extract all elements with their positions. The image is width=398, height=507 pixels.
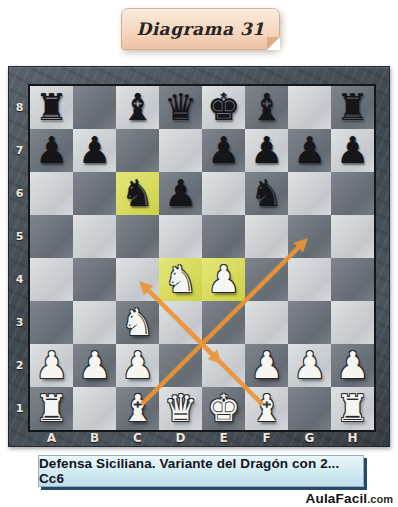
square-d8: ♛ [159,86,202,129]
square-b8 [73,86,116,129]
square-g8 [288,86,331,129]
rank-label-7: 7 [9,129,30,172]
white-rook: ♜ [35,387,68,430]
square-a6 [30,172,73,215]
square-a3 [30,301,73,344]
black-bishop: ♝ [250,86,283,129]
rank-label-3: 3 [9,301,30,344]
square-a5 [30,215,73,258]
square-c7 [116,129,159,172]
square-f6: ♞ [245,172,288,215]
square-g5 [288,215,331,258]
black-pawn: ♟ [78,129,111,172]
square-d3 [159,301,202,344]
rank-label-8: 8 [9,86,30,129]
square-b6 [73,172,116,215]
caption-text: Defensa Siciliana. Variante del Dragón c… [39,456,363,486]
rank-label-6: 6 [9,172,30,215]
square-h7: ♟ [331,129,374,172]
square-g4 [288,258,331,301]
square-g1 [288,387,331,430]
diagram-title-ribbon: Diagrama 31 [121,8,280,50]
square-b7: ♟ [73,129,116,172]
square-c2: ♟ [116,344,159,387]
square-d2 [159,344,202,387]
black-pawn: ♟ [250,129,283,172]
square-h6 [331,172,374,215]
square-e4: ♟ [202,258,245,301]
white-bishop: ♝ [121,387,154,430]
square-e6 [202,172,245,215]
white-pawn: ♟ [207,258,240,301]
square-d4: ♞ [159,258,202,301]
square-e2 [202,344,245,387]
square-e3 [202,301,245,344]
square-e8: ♚ [202,86,245,129]
square-g2: ♟ [288,344,331,387]
square-b2: ♟ [73,344,116,387]
white-pawn: ♟ [78,344,111,387]
square-f2: ♟ [245,344,288,387]
square-a1: ♜ [30,387,73,430]
square-g3 [288,301,331,344]
square-g6 [288,172,331,215]
black-pawn: ♟ [35,129,68,172]
white-pawn: ♟ [293,344,326,387]
file-label-b: B [73,430,116,448]
square-f8: ♝ [245,86,288,129]
rank-label-5: 5 [9,215,30,258]
white-king: ♚ [207,387,240,430]
square-c3: ♞ [116,301,159,344]
rank-label-2: 2 [9,344,30,387]
black-pawn: ♟ [207,129,240,172]
white-knight: ♞ [164,258,197,301]
square-a4 [30,258,73,301]
square-a8: ♜ [30,86,73,129]
square-d6: ♟ [159,172,202,215]
site-logo-tld: .com [367,493,393,505]
rank-label-4: 4 [9,258,30,301]
black-knight: ♞ [121,172,154,215]
square-d1: ♛ [159,387,202,430]
rank-label-1: 1 [9,387,30,430]
square-h1: ♜ [331,387,374,430]
black-pawn: ♟ [293,129,326,172]
file-label-g: G [288,430,331,448]
square-f7: ♟ [245,129,288,172]
black-knight: ♞ [250,172,283,215]
square-c1: ♝ [116,387,159,430]
black-king: ♚ [207,86,240,129]
square-h4 [331,258,374,301]
square-h5 [331,215,374,258]
square-f4 [245,258,288,301]
square-a2: ♟ [30,344,73,387]
black-pawn: ♟ [336,129,369,172]
site-logo: AulaFacil.com [305,489,393,507]
black-rook: ♜ [35,86,68,129]
white-queen: ♛ [164,387,197,430]
file-label-d: D [159,430,202,448]
black-pawn: ♟ [164,172,197,215]
square-b5 [73,215,116,258]
square-c8: ♝ [116,86,159,129]
square-d7 [159,129,202,172]
white-pawn: ♟ [336,344,369,387]
chess-board: 87654321 ABCDEFGH ♜♝♛♚♝♜♟♟♟♟♟♟♞♟♞♞♟♞♟♟♟♟… [8,66,390,447]
board-squares: ♜♝♛♚♝♜♟♟♟♟♟♟♞♟♞♞♟♞♟♟♟♟♟♟♜♝♛♚♝♜ [30,86,374,430]
square-g7: ♟ [288,129,331,172]
square-e7: ♟ [202,129,245,172]
white-bishop: ♝ [250,387,283,430]
file-label-c: C [116,430,159,448]
square-b4 [73,258,116,301]
square-f5 [245,215,288,258]
file-label-f: F [245,430,288,448]
square-f1: ♝ [245,387,288,430]
white-pawn: ♟ [250,344,283,387]
square-f3 [245,301,288,344]
file-label-a: A [30,430,73,448]
white-pawn: ♟ [121,344,154,387]
square-h2: ♟ [331,344,374,387]
black-rook: ♜ [336,86,369,129]
diagram-title: Diagrama 31 [136,19,264,39]
file-label-h: H [331,430,374,448]
white-pawn: ♟ [35,344,68,387]
square-b3 [73,301,116,344]
square-e1: ♚ [202,387,245,430]
black-bishop: ♝ [121,86,154,129]
white-knight: ♞ [121,301,154,344]
square-b1 [73,387,116,430]
square-c4 [116,258,159,301]
square-c5 [116,215,159,258]
site-logo-name: AulaFacil [305,491,367,506]
caption-box: Defensa Siciliana. Variante del Dragón c… [38,455,364,487]
square-h3 [331,301,374,344]
square-a7: ♟ [30,129,73,172]
square-e5 [202,215,245,258]
square-d5 [159,215,202,258]
file-label-e: E [202,430,245,448]
black-queen: ♛ [164,86,197,129]
square-h8: ♜ [331,86,374,129]
square-c6: ♞ [116,172,159,215]
white-rook: ♜ [336,387,369,430]
